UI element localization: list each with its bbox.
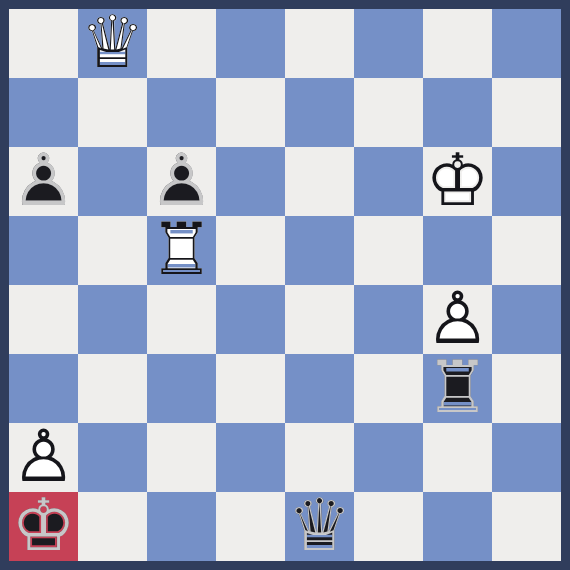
- square-f8[interactable]: [354, 9, 423, 78]
- square-d2[interactable]: [216, 423, 285, 492]
- chess-board: ♛♕♟♙♟♙♚♔♜♖♟♙♜♖♟♙♚♔♛♕: [9, 9, 561, 561]
- square-h7[interactable]: [492, 78, 561, 147]
- chessboard-screenshot: ♛♕♟♙♟♙♚♔♜♖♟♙♜♖♟♙♚♔♛♕: [0, 0, 570, 570]
- square-b7[interactable]: [78, 78, 147, 147]
- square-a3[interactable]: [9, 354, 78, 423]
- square-c8[interactable]: [147, 9, 216, 78]
- white-pawn-glyph-outline: ♙: [425, 284, 490, 353]
- square-e6[interactable]: [285, 147, 354, 216]
- black-pawn[interactable]: ♟♙: [9, 147, 78, 216]
- square-e2[interactable]: [285, 423, 354, 492]
- white-pawn[interactable]: ♟♙: [9, 423, 78, 492]
- square-b8[interactable]: ♛♕: [78, 9, 147, 78]
- square-g1[interactable]: [423, 492, 492, 561]
- square-d8[interactable]: [216, 9, 285, 78]
- square-a4[interactable]: [9, 285, 78, 354]
- square-d6[interactable]: [216, 147, 285, 216]
- square-g8[interactable]: [423, 9, 492, 78]
- square-c4[interactable]: [147, 285, 216, 354]
- square-e1[interactable]: ♛♕: [285, 492, 354, 561]
- square-e7[interactable]: [285, 78, 354, 147]
- black-pawn[interactable]: ♟♙: [147, 147, 216, 216]
- white-queen-glyph-outline: ♕: [80, 8, 145, 77]
- square-g6[interactable]: ♚♔: [423, 147, 492, 216]
- square-h3[interactable]: [492, 354, 561, 423]
- square-f6[interactable]: [354, 147, 423, 216]
- square-h8[interactable]: [492, 9, 561, 78]
- white-king[interactable]: ♚♔: [423, 147, 492, 216]
- square-f2[interactable]: [354, 423, 423, 492]
- square-b2[interactable]: [78, 423, 147, 492]
- square-e5[interactable]: [285, 216, 354, 285]
- square-g3[interactable]: ♜♖: [423, 354, 492, 423]
- square-c5[interactable]: ♜♖: [147, 216, 216, 285]
- square-c3[interactable]: [147, 354, 216, 423]
- square-d5[interactable]: [216, 216, 285, 285]
- white-pawn-glyph-outline: ♙: [11, 422, 76, 491]
- white-queen[interactable]: ♛♕: [78, 9, 147, 78]
- square-a8[interactable]: [9, 9, 78, 78]
- square-g5[interactable]: [423, 216, 492, 285]
- black-pawn-glyph-outline: ♙: [11, 146, 76, 215]
- square-a6[interactable]: ♟♙: [9, 147, 78, 216]
- square-a7[interactable]: [9, 78, 78, 147]
- square-g2[interactable]: [423, 423, 492, 492]
- white-rook-glyph-outline: ♖: [149, 215, 214, 284]
- square-e3[interactable]: [285, 354, 354, 423]
- square-b3[interactable]: [78, 354, 147, 423]
- square-f7[interactable]: [354, 78, 423, 147]
- square-c6[interactable]: ♟♙: [147, 147, 216, 216]
- square-b5[interactable]: [78, 216, 147, 285]
- square-d7[interactable]: [216, 78, 285, 147]
- square-b6[interactable]: [78, 147, 147, 216]
- square-f3[interactable]: [354, 354, 423, 423]
- black-pawn-glyph-outline: ♙: [149, 146, 214, 215]
- square-c2[interactable]: [147, 423, 216, 492]
- square-g4[interactable]: ♟♙: [423, 285, 492, 354]
- square-c7[interactable]: [147, 78, 216, 147]
- square-h2[interactable]: [492, 423, 561, 492]
- black-rook[interactable]: ♜♖: [423, 354, 492, 423]
- square-h4[interactable]: [492, 285, 561, 354]
- square-e8[interactable]: [285, 9, 354, 78]
- square-f4[interactable]: [354, 285, 423, 354]
- black-rook-glyph-outline: ♖: [425, 353, 490, 422]
- square-a2[interactable]: ♟♙: [9, 423, 78, 492]
- square-d3[interactable]: [216, 354, 285, 423]
- black-king-glyph-outline: ♔: [11, 491, 76, 560]
- board-frame: ♛♕♟♙♟♙♚♔♜♖♟♙♜♖♟♙♚♔♛♕: [0, 0, 570, 570]
- square-b1[interactable]: [78, 492, 147, 561]
- square-d4[interactable]: [216, 285, 285, 354]
- square-a5[interactable]: [9, 216, 78, 285]
- white-rook[interactable]: ♜♖: [147, 216, 216, 285]
- square-b4[interactable]: [78, 285, 147, 354]
- square-a1[interactable]: ♚♔: [9, 492, 78, 561]
- square-c1[interactable]: [147, 492, 216, 561]
- square-h1[interactable]: [492, 492, 561, 561]
- square-h5[interactable]: [492, 216, 561, 285]
- square-e4[interactable]: [285, 285, 354, 354]
- square-g7[interactable]: [423, 78, 492, 147]
- black-queen[interactable]: ♛♕: [285, 492, 354, 561]
- white-pawn[interactable]: ♟♙: [423, 285, 492, 354]
- white-king-glyph-outline: ♔: [425, 146, 490, 215]
- square-d1[interactable]: [216, 492, 285, 561]
- square-f5[interactable]: [354, 216, 423, 285]
- black-king[interactable]: ♚♔: [9, 492, 78, 561]
- black-queen-glyph-outline: ♕: [287, 491, 352, 560]
- square-h6[interactable]: [492, 147, 561, 216]
- square-f1[interactable]: [354, 492, 423, 561]
